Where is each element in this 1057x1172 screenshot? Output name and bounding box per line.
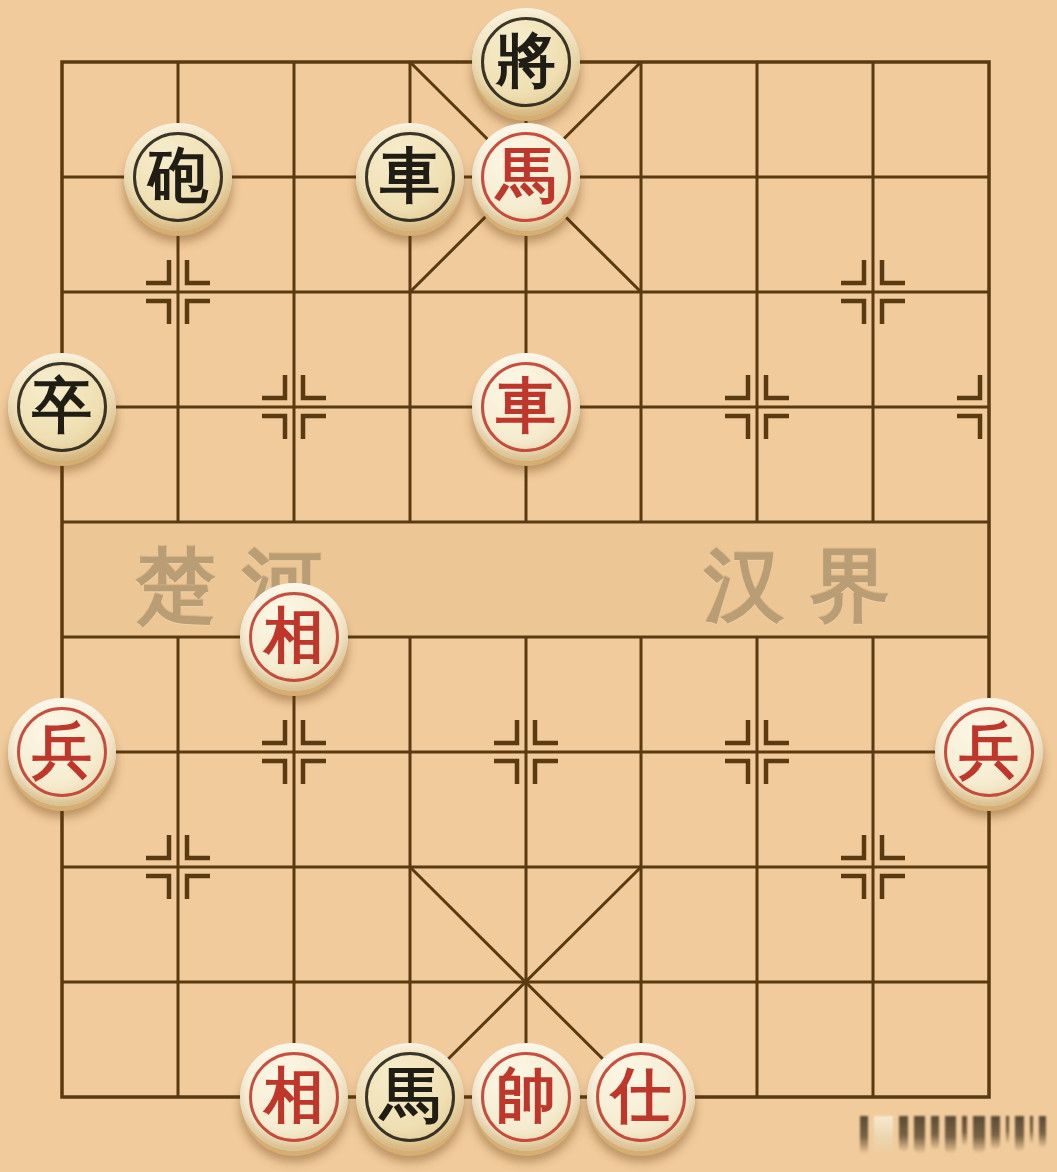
- piece-glyph: 相: [264, 606, 324, 666]
- piece-red-soldier[interactable]: 兵: [935, 698, 1043, 806]
- piece-red-elephant[interactable]: 相: [240, 583, 348, 691]
- piece-glyph: 兵: [32, 721, 92, 781]
- piece-glyph: 砲: [148, 146, 208, 206]
- piece-red-advisor[interactable]: 仕: [587, 1043, 695, 1151]
- piece-red-chariot[interactable]: 車: [472, 353, 580, 461]
- piece-glyph: 帥: [496, 1066, 556, 1126]
- piece-glyph: 兵: [959, 721, 1019, 781]
- piece-glyph: 卒: [32, 376, 92, 436]
- piece-glyph: 將: [496, 31, 556, 91]
- piece-black-chariot[interactable]: 車: [356, 123, 464, 231]
- piece-black-general[interactable]: 將: [472, 8, 580, 116]
- piece-glyph: 車: [496, 376, 556, 436]
- piece-glyph: 馬: [380, 1066, 440, 1126]
- piece-red-general[interactable]: 帥: [472, 1043, 580, 1151]
- xiangqi-board: 楚河 汉界 將砲車馬卒車相兵兵相馬帥仕: [0, 0, 1057, 1172]
- piece-red-soldier[interactable]: 兵: [8, 698, 116, 806]
- piece-black-soldier[interactable]: 卒: [8, 353, 116, 461]
- piece-glyph: 仕: [611, 1066, 671, 1126]
- piece-black-cannon[interactable]: 砲: [124, 123, 232, 231]
- piece-glyph: 車: [380, 146, 440, 206]
- piece-red-elephant[interactable]: 相: [240, 1043, 348, 1151]
- river-label-right: 汉界: [704, 546, 916, 626]
- piece-glyph: 馬: [496, 146, 556, 206]
- piece-red-horse[interactable]: 馬: [472, 123, 580, 231]
- piece-glyph: 相: [264, 1066, 324, 1126]
- piece-black-horse[interactable]: 馬: [356, 1043, 464, 1151]
